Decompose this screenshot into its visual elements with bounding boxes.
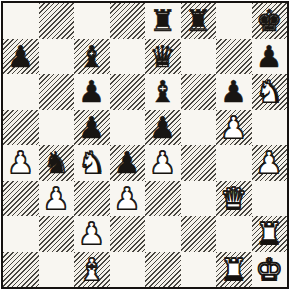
square-h5 <box>252 110 288 146</box>
square-f2 <box>181 216 217 252</box>
square-d5 <box>110 110 146 146</box>
square-e7: ♛ <box>145 39 181 75</box>
square-b3: ♟ <box>39 181 75 217</box>
piece-black-pawn-a7: ♟ <box>7 39 34 75</box>
piece-white-knight-h6: ♞ <box>256 74 283 110</box>
square-a1 <box>3 252 39 288</box>
square-c3 <box>74 181 110 217</box>
square-f3 <box>181 181 217 217</box>
square-h8: ♚ <box>252 3 288 39</box>
piece-black-king-h8: ♚ <box>256 3 283 39</box>
square-h7: ♟ <box>252 39 288 75</box>
square-d7 <box>110 39 146 75</box>
piece-white-bishop-c1: ♝ <box>78 252 105 288</box>
square-g3: ♛ <box>216 181 252 217</box>
square-a7: ♟ <box>3 39 39 75</box>
square-b6 <box>39 74 75 110</box>
piece-white-pawn-e4: ♟ <box>149 145 176 181</box>
piece-black-pawn-d4: ♟ <box>114 145 141 181</box>
piece-white-pawn-g5: ♟ <box>220 110 247 146</box>
square-a6 <box>3 74 39 110</box>
square-g1: ♜ <box>216 252 252 288</box>
square-a5 <box>3 110 39 146</box>
piece-white-pawn-h4: ♟ <box>256 145 283 181</box>
square-a2 <box>3 216 39 252</box>
piece-black-queen-e7: ♛ <box>149 39 176 75</box>
square-g8 <box>216 3 252 39</box>
piece-black-rook-f8: ♜ <box>185 3 212 39</box>
square-c1: ♝ <box>74 252 110 288</box>
chess-diagram: ♜♜♚♟♝♛♟♟♝♟♞♟♟♟♟♞♞♟♟♟♟♟♛♟♜♝♜♚ <box>1 1 289 289</box>
piece-white-pawn-c2: ♟ <box>78 216 105 252</box>
square-d4: ♟ <box>110 145 146 181</box>
square-e5: ♟ <box>145 110 181 146</box>
piece-white-pawn-b3: ♟ <box>43 181 70 217</box>
square-c4: ♞ <box>74 145 110 181</box>
square-d2 <box>110 216 146 252</box>
square-g2 <box>216 216 252 252</box>
square-c6: ♟ <box>74 74 110 110</box>
square-h3 <box>252 181 288 217</box>
square-d6 <box>110 74 146 110</box>
square-g7 <box>216 39 252 75</box>
piece-white-knight-c4: ♞ <box>78 145 105 181</box>
piece-black-rook-e8: ♜ <box>149 3 176 39</box>
square-f7 <box>181 39 217 75</box>
piece-black-knight-b4: ♞ <box>43 145 70 181</box>
square-b1 <box>39 252 75 288</box>
square-f4 <box>181 145 217 181</box>
chessboard: ♜♜♚♟♝♛♟♟♝♟♞♟♟♟♟♞♞♟♟♟♟♟♛♟♜♝♜♚ <box>3 3 287 287</box>
square-e2 <box>145 216 181 252</box>
square-a8 <box>3 3 39 39</box>
piece-black-bishop-e6: ♝ <box>149 74 176 110</box>
square-b5 <box>39 110 75 146</box>
square-c5: ♟ <box>74 110 110 146</box>
piece-white-rook-g1: ♜ <box>220 252 247 288</box>
square-e6: ♝ <box>145 74 181 110</box>
square-b2 <box>39 216 75 252</box>
piece-black-pawn-c5: ♟ <box>78 110 105 146</box>
square-f6 <box>181 74 217 110</box>
square-d1 <box>110 252 146 288</box>
piece-white-queen-g3: ♛ <box>220 181 247 217</box>
square-c8 <box>74 3 110 39</box>
piece-black-pawn-c6: ♟ <box>78 74 105 110</box>
square-g5: ♟ <box>216 110 252 146</box>
square-g6: ♟ <box>216 74 252 110</box>
square-f5 <box>181 110 217 146</box>
square-f8: ♜ <box>181 3 217 39</box>
square-c2: ♟ <box>74 216 110 252</box>
square-h6: ♞ <box>252 74 288 110</box>
square-d3: ♟ <box>110 181 146 217</box>
piece-white-pawn-d3: ♟ <box>114 181 141 217</box>
square-d8 <box>110 3 146 39</box>
square-e8: ♜ <box>145 3 181 39</box>
square-e3 <box>145 181 181 217</box>
piece-black-bishop-c7: ♝ <box>78 39 105 75</box>
square-g4 <box>216 145 252 181</box>
piece-white-king-h1: ♚ <box>256 252 283 288</box>
square-e1 <box>145 252 181 288</box>
square-h2: ♜ <box>252 216 288 252</box>
square-a4: ♟ <box>3 145 39 181</box>
square-b7 <box>39 39 75 75</box>
square-a3 <box>3 181 39 217</box>
piece-black-pawn-g6: ♟ <box>220 74 247 110</box>
square-b4: ♞ <box>39 145 75 181</box>
piece-white-pawn-a4: ♟ <box>7 145 34 181</box>
square-c7: ♝ <box>74 39 110 75</box>
square-h1: ♚ <box>252 252 288 288</box>
square-b8 <box>39 3 75 39</box>
square-e4: ♟ <box>145 145 181 181</box>
square-f1 <box>181 252 217 288</box>
piece-black-pawn-e5: ♟ <box>149 110 176 146</box>
piece-black-pawn-h7: ♟ <box>256 39 283 75</box>
square-h4: ♟ <box>252 145 288 181</box>
piece-white-rook-h2: ♜ <box>256 216 283 252</box>
